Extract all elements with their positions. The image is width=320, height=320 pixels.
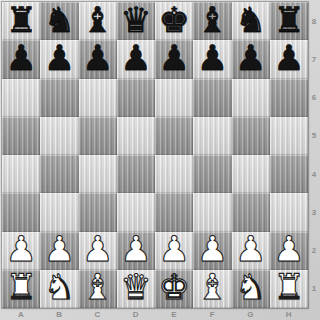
piece-white-pawn[interactable]: ♟	[158, 232, 189, 267]
square-a6[interactable]	[2, 79, 40, 117]
square-h8[interactable]: ♜	[270, 2, 308, 40]
square-b2[interactable]: ♟	[40, 232, 78, 270]
rank-labels: 87654321	[308, 2, 320, 308]
piece-black-bishop[interactable]: ♝	[82, 3, 113, 38]
square-g8[interactable]: ♞	[232, 2, 270, 40]
piece-black-pawn[interactable]: ♟	[120, 41, 151, 76]
piece-white-rook[interactable]: ♜	[5, 270, 36, 305]
square-c4[interactable]	[79, 155, 117, 193]
square-b6[interactable]	[40, 79, 78, 117]
piece-black-pawn[interactable]: ♟	[5, 41, 36, 76]
square-g7[interactable]: ♟	[232, 40, 270, 78]
square-d6[interactable]	[117, 79, 155, 117]
square-a4[interactable]	[2, 155, 40, 193]
square-a8[interactable]: ♜	[2, 2, 40, 40]
square-d4[interactable]	[117, 155, 155, 193]
square-c6[interactable]	[79, 79, 117, 117]
square-b4[interactable]	[40, 155, 78, 193]
piece-white-rook[interactable]: ♜	[273, 270, 304, 305]
piece-white-king[interactable]: ♚	[158, 270, 189, 305]
piece-white-knight[interactable]: ♞	[44, 270, 75, 305]
square-f3[interactable]	[193, 193, 231, 231]
piece-black-pawn[interactable]: ♟	[82, 41, 113, 76]
piece-black-knight[interactable]: ♞	[235, 3, 266, 38]
square-d1[interactable]: ♛	[117, 270, 155, 308]
piece-black-rook[interactable]: ♜	[273, 3, 304, 38]
piece-white-pawn[interactable]: ♟	[273, 232, 304, 267]
piece-white-pawn[interactable]: ♟	[120, 232, 151, 267]
piece-black-pawn[interactable]: ♟	[158, 41, 189, 76]
file-label-h: H	[270, 308, 308, 320]
square-e1[interactable]: ♚	[155, 270, 193, 308]
square-f5[interactable]	[193, 117, 231, 155]
square-a1[interactable]: ♜	[2, 270, 40, 308]
piece-black-knight[interactable]: ♞	[44, 3, 75, 38]
square-e7[interactable]: ♟	[155, 40, 193, 78]
rank-label-2: 2	[308, 232, 320, 270]
file-label-g: G	[232, 308, 270, 320]
file-labels: ABCDEFGH	[2, 308, 308, 320]
square-h1[interactable]: ♜	[270, 270, 308, 308]
piece-white-pawn[interactable]: ♟	[235, 232, 266, 267]
square-f8[interactable]: ♝	[193, 2, 231, 40]
chess-app: ♜♞♝♛♚♝♞♜♟♟♟♟♟♟♟♟♟♟♟♟♟♟♟♟♜♞♝♛♚♝♞♜ ABCDEFG…	[0, 0, 320, 320]
square-a3[interactable]	[2, 193, 40, 231]
square-b7[interactable]: ♟	[40, 40, 78, 78]
rank-label-7: 7	[308, 40, 320, 78]
square-g3[interactable]	[232, 193, 270, 231]
piece-black-rook[interactable]: ♜	[5, 3, 36, 38]
square-d3[interactable]	[117, 193, 155, 231]
square-c8[interactable]: ♝	[79, 2, 117, 40]
square-f4[interactable]	[193, 155, 231, 193]
square-a5[interactable]	[2, 117, 40, 155]
rank-label-8: 8	[308, 2, 320, 40]
square-h6[interactable]	[270, 79, 308, 117]
square-f2[interactable]: ♟	[193, 232, 231, 270]
square-d7[interactable]: ♟	[117, 40, 155, 78]
square-e2[interactable]: ♟	[155, 232, 193, 270]
square-g6[interactable]	[232, 79, 270, 117]
square-e6[interactable]	[155, 79, 193, 117]
rank-label-5: 5	[308, 117, 320, 155]
chess-board: ♜♞♝♛♚♝♞♜♟♟♟♟♟♟♟♟♟♟♟♟♟♟♟♟♜♞♝♛♚♝♞♜	[2, 2, 308, 308]
square-g4[interactable]	[232, 155, 270, 193]
file-label-e: E	[155, 308, 193, 320]
file-label-d: D	[117, 308, 155, 320]
square-b3[interactable]	[40, 193, 78, 231]
square-b8[interactable]: ♞	[40, 2, 78, 40]
piece-white-queen[interactable]: ♛	[120, 270, 151, 305]
square-h5[interactable]	[270, 117, 308, 155]
file-label-b: B	[40, 308, 78, 320]
square-d5[interactable]	[117, 117, 155, 155]
piece-black-pawn[interactable]: ♟	[197, 41, 228, 76]
rank-label-4: 4	[308, 155, 320, 193]
square-e8[interactable]: ♚	[155, 2, 193, 40]
piece-black-pawn[interactable]: ♟	[235, 41, 266, 76]
square-e3[interactable]	[155, 193, 193, 231]
square-g2[interactable]: ♟	[232, 232, 270, 270]
piece-black-pawn[interactable]: ♟	[273, 41, 304, 76]
square-g5[interactable]	[232, 117, 270, 155]
square-f6[interactable]	[193, 79, 231, 117]
file-label-f: F	[193, 308, 231, 320]
piece-white-bishop[interactable]: ♝	[197, 270, 228, 305]
rank-label-3: 3	[308, 193, 320, 231]
square-c3[interactable]	[79, 193, 117, 231]
square-h7[interactable]: ♟	[270, 40, 308, 78]
square-a2[interactable]: ♟	[2, 232, 40, 270]
square-c5[interactable]	[79, 117, 117, 155]
square-d8[interactable]: ♛	[117, 2, 155, 40]
square-f1[interactable]: ♝	[193, 270, 231, 308]
piece-white-bishop[interactable]: ♝	[82, 270, 113, 305]
piece-black-queen[interactable]: ♛	[120, 3, 151, 38]
file-label-a: A	[2, 308, 40, 320]
rank-label-1: 1	[308, 270, 320, 308]
piece-black-bishop[interactable]: ♝	[197, 3, 228, 38]
piece-white-knight[interactable]: ♞	[235, 270, 266, 305]
square-h2[interactable]: ♟	[270, 232, 308, 270]
piece-white-pawn[interactable]: ♟	[5, 232, 36, 267]
file-label-c: C	[79, 308, 117, 320]
square-c1[interactable]: ♝	[79, 270, 117, 308]
piece-black-pawn[interactable]: ♟	[44, 41, 75, 76]
square-a7[interactable]: ♟	[2, 40, 40, 78]
square-g1[interactable]: ♞	[232, 270, 270, 308]
square-h3[interactable]	[270, 193, 308, 231]
square-d2[interactable]: ♟	[117, 232, 155, 270]
square-e4[interactable]	[155, 155, 193, 193]
square-b5[interactable]	[40, 117, 78, 155]
piece-white-pawn[interactable]: ♟	[82, 232, 113, 267]
square-e5[interactable]	[155, 117, 193, 155]
square-c7[interactable]: ♟	[79, 40, 117, 78]
square-b1[interactable]: ♞	[40, 270, 78, 308]
square-h4[interactable]	[270, 155, 308, 193]
piece-black-king[interactable]: ♚	[158, 3, 189, 38]
rank-label-6: 6	[308, 79, 320, 117]
piece-white-pawn[interactable]: ♟	[44, 232, 75, 267]
square-f7[interactable]: ♟	[193, 40, 231, 78]
piece-white-pawn[interactable]: ♟	[197, 232, 228, 267]
square-c2[interactable]: ♟	[79, 232, 117, 270]
